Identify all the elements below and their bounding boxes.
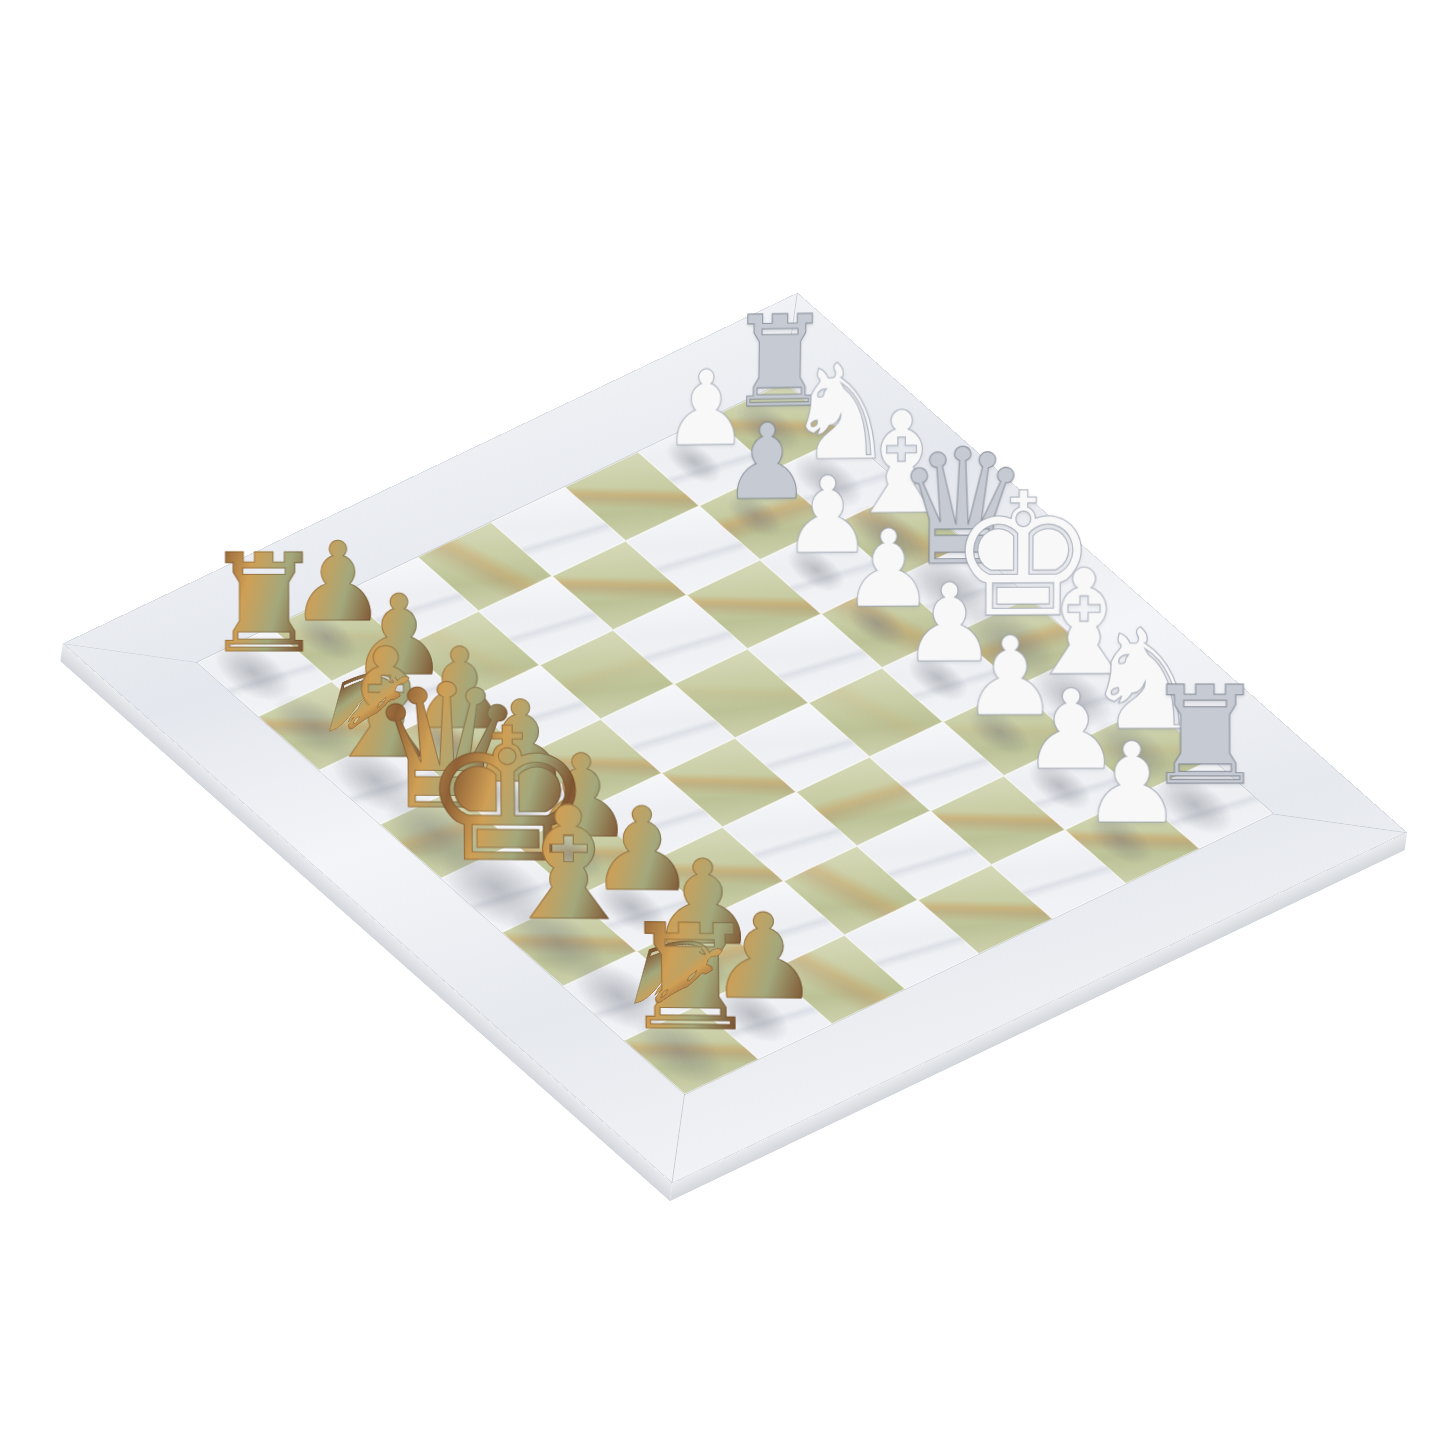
piece-white-pawn-h2: ♟ xyxy=(1028,606,1235,840)
frame-miter-seam xyxy=(1271,813,1407,833)
frame-miter-seam xyxy=(672,1094,686,1184)
product-photo-scene: ♜♞♝♛♚♝♞♜♟♟♟♟♟♟♟♟♟♟♟♟♟♟♟♟♜♞♝♛♚♝♞♜ xyxy=(0,0,1445,1445)
chess-board: ♜♞♝♛♚♝♞♜♟♟♟♟♟♟♟♟♟♟♟♟♟♟♟♟♜♞♝♛♚♝♞♜ xyxy=(63,293,1407,1184)
square-h4 xyxy=(918,865,1052,954)
